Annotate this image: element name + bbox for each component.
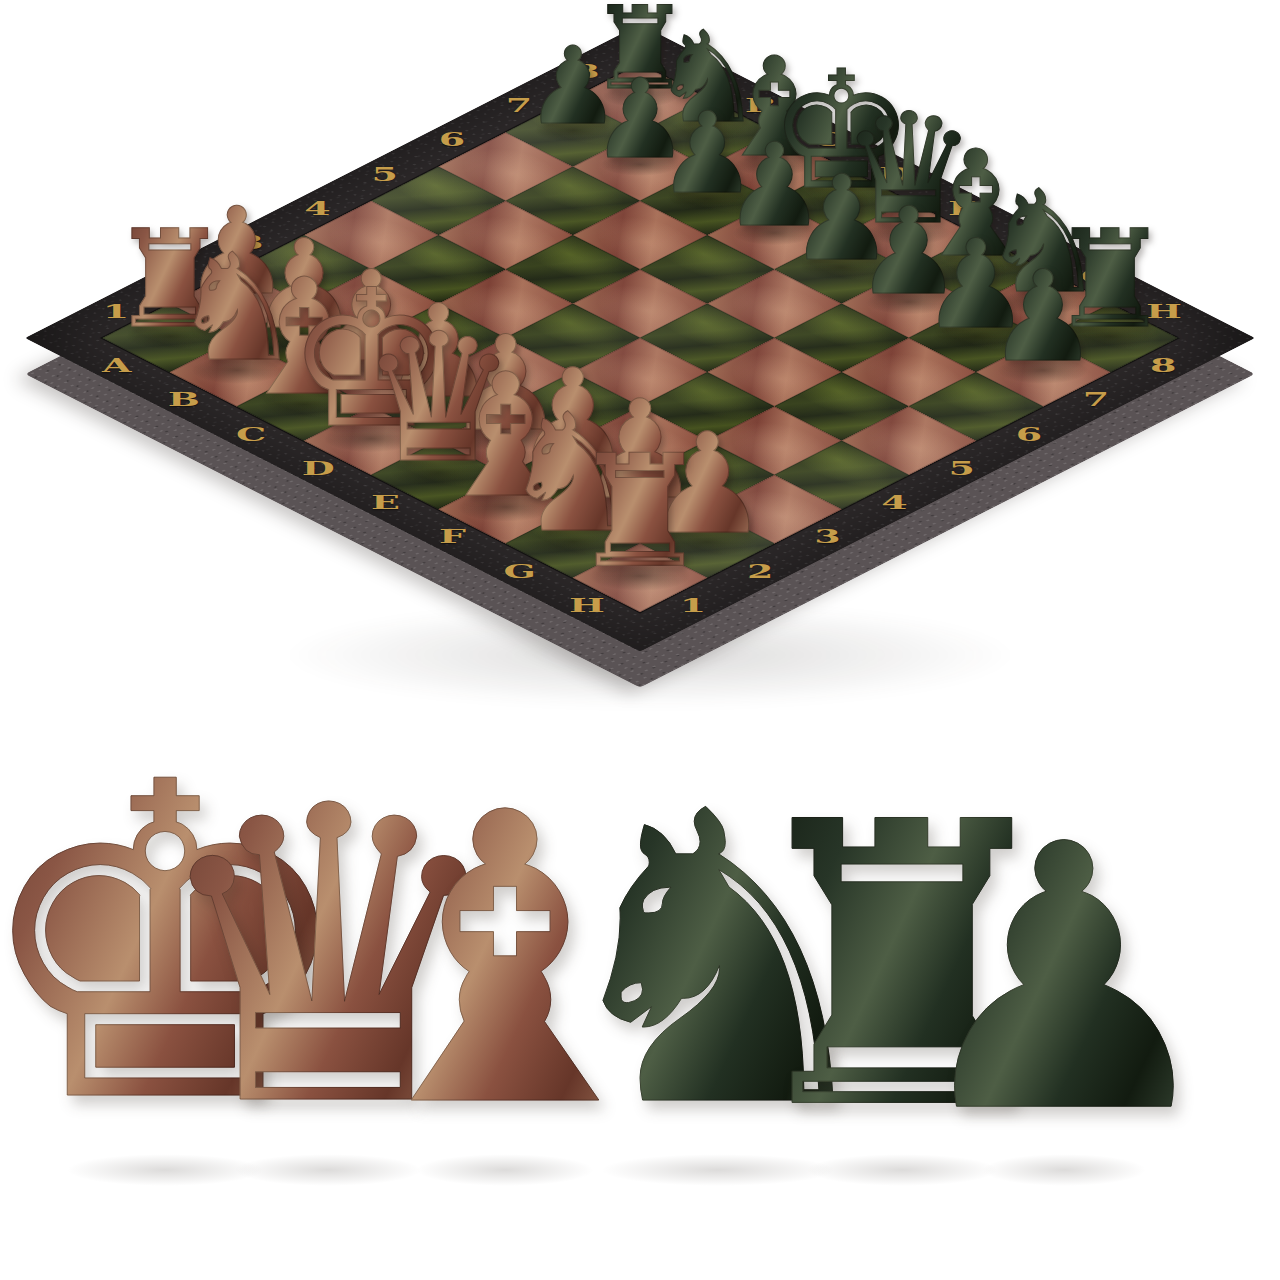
display-shadow-bishop <box>410 1153 600 1187</box>
display-piece-green-pawn: ♟ <box>900 797 1227 1162</box>
piece-lineup: ♚♛♝♞♜♟ <box>0 0 1280 1280</box>
display-shadow-queen <box>228 1153 428 1187</box>
product-photo: AA11BB22CC33DD44EE55FF66GG77HH88 ♜♞♝♚♛♝♞… <box>0 0 1280 1280</box>
display-shadow-rook <box>800 1153 1005 1187</box>
display-shadow-pawn <box>977 1153 1152 1187</box>
